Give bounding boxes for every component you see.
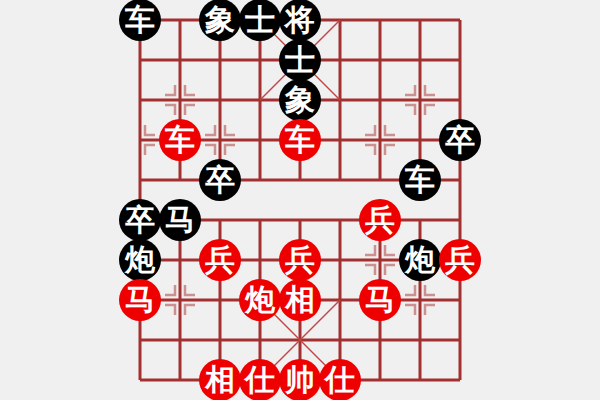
piece-black-king[interactable]: 将 <box>279 0 321 41</box>
app-background: 车象士将士象车车卒卒车卒马兵炮兵兵炮兵马炮相马相仕帅仕 <box>0 0 600 400</box>
piece-red-elephant[interactable]: 相 <box>279 279 321 321</box>
piece-black-pawn[interactable]: 卒 <box>119 199 161 241</box>
piece-red-pawn[interactable]: 兵 <box>199 239 241 281</box>
piece-black-horse[interactable]: 马 <box>159 199 201 241</box>
piece-black-pawn[interactable]: 卒 <box>199 159 241 201</box>
piece-red-elephant[interactable]: 相 <box>199 359 241 400</box>
piece-black-cannon[interactable]: 炮 <box>399 239 441 281</box>
piece-black-chariot[interactable]: 车 <box>399 159 441 201</box>
piece-red-advisor[interactable]: 仕 <box>239 359 281 400</box>
piece-black-advisor[interactable]: 士 <box>239 0 281 41</box>
piece-red-pawn[interactable]: 兵 <box>279 239 321 281</box>
piece-red-chariot[interactable]: 车 <box>279 119 321 161</box>
piece-red-chariot[interactable]: 车 <box>159 119 201 161</box>
piece-red-pawn[interactable]: 兵 <box>439 239 481 281</box>
pieces-layer: 车象士将士象车车卒卒车卒马兵炮兵兵炮兵马炮相马相仕帅仕 <box>0 0 600 400</box>
piece-black-elephant[interactable]: 象 <box>279 79 321 121</box>
piece-red-advisor[interactable]: 仕 <box>319 359 361 400</box>
piece-black-elephant[interactable]: 象 <box>199 0 241 41</box>
piece-red-pawn[interactable]: 兵 <box>359 199 401 241</box>
piece-black-pawn[interactable]: 卒 <box>439 119 481 161</box>
piece-red-king[interactable]: 帅 <box>279 359 321 400</box>
piece-red-horse[interactable]: 马 <box>119 279 161 321</box>
piece-black-advisor[interactable]: 士 <box>279 39 321 81</box>
piece-red-horse[interactable]: 马 <box>359 279 401 321</box>
piece-black-cannon[interactable]: 炮 <box>119 239 161 281</box>
piece-black-chariot[interactable]: 车 <box>119 0 161 41</box>
piece-red-cannon[interactable]: 炮 <box>239 279 281 321</box>
